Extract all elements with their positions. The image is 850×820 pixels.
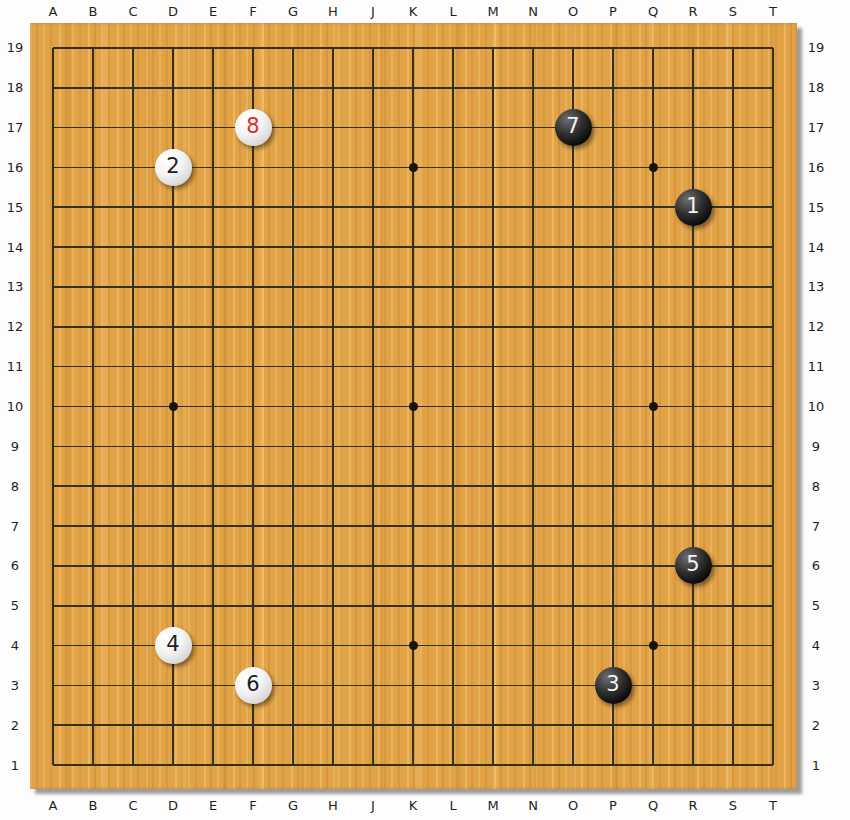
intersection-L5[interactable] bbox=[433, 586, 473, 626]
intersection-R14[interactable] bbox=[673, 227, 713, 267]
intersection-K11[interactable] bbox=[393, 347, 433, 387]
intersection-O7[interactable] bbox=[553, 506, 593, 546]
intersection-K15[interactable] bbox=[393, 187, 433, 227]
intersection-H1[interactable] bbox=[313, 745, 353, 785]
intersection-P10[interactable] bbox=[593, 387, 633, 427]
intersection-N4[interactable] bbox=[513, 626, 553, 666]
intersection-M8[interactable] bbox=[473, 466, 513, 506]
intersection-D10[interactable] bbox=[153, 387, 193, 427]
intersection-K3[interactable] bbox=[393, 666, 433, 706]
intersection-P17[interactable] bbox=[593, 108, 633, 148]
intersection-J3[interactable] bbox=[353, 666, 393, 706]
intersection-A8[interactable] bbox=[33, 466, 73, 506]
intersection-B3[interactable] bbox=[73, 666, 113, 706]
intersection-A17[interactable] bbox=[33, 108, 73, 148]
intersection-H9[interactable] bbox=[313, 426, 353, 466]
intersection-N1[interactable] bbox=[513, 745, 553, 785]
intersection-Q9[interactable] bbox=[633, 426, 673, 466]
intersection-R5[interactable] bbox=[673, 586, 713, 626]
intersection-P2[interactable] bbox=[593, 705, 633, 745]
intersection-M12[interactable] bbox=[473, 307, 513, 347]
intersection-L2[interactable] bbox=[433, 705, 473, 745]
intersection-Q3[interactable] bbox=[633, 666, 673, 706]
intersection-H12[interactable] bbox=[313, 307, 353, 347]
intersection-F12[interactable] bbox=[233, 307, 273, 347]
intersection-K9[interactable] bbox=[393, 426, 433, 466]
intersection-A11[interactable] bbox=[33, 347, 73, 387]
intersection-R9[interactable] bbox=[673, 426, 713, 466]
intersection-E3[interactable] bbox=[193, 666, 233, 706]
intersection-C15[interactable] bbox=[113, 187, 153, 227]
intersection-C7[interactable] bbox=[113, 506, 153, 546]
intersection-E5[interactable] bbox=[193, 586, 233, 626]
intersection-O14[interactable] bbox=[553, 227, 593, 267]
intersection-K16[interactable] bbox=[393, 148, 433, 188]
intersection-T2[interactable] bbox=[753, 705, 793, 745]
intersection-H16[interactable] bbox=[313, 148, 353, 188]
intersection-M2[interactable] bbox=[473, 705, 513, 745]
intersection-A16[interactable] bbox=[33, 148, 73, 188]
intersection-N18[interactable] bbox=[513, 68, 553, 108]
intersection-G14[interactable] bbox=[273, 227, 313, 267]
intersection-N9[interactable] bbox=[513, 426, 553, 466]
intersection-T8[interactable] bbox=[753, 466, 793, 506]
intersection-H14[interactable] bbox=[313, 227, 353, 267]
intersection-R1[interactable] bbox=[673, 745, 713, 785]
intersection-N8[interactable] bbox=[513, 466, 553, 506]
intersection-S1[interactable] bbox=[713, 745, 753, 785]
intersection-M15[interactable] bbox=[473, 187, 513, 227]
intersection-B17[interactable] bbox=[73, 108, 113, 148]
intersection-E13[interactable] bbox=[193, 267, 233, 307]
intersection-O9[interactable] bbox=[553, 426, 593, 466]
stone-white-D16[interactable]: 2 bbox=[155, 149, 192, 186]
intersection-P15[interactable] bbox=[593, 187, 633, 227]
intersection-C9[interactable] bbox=[113, 426, 153, 466]
intersection-R10[interactable] bbox=[673, 387, 713, 427]
intersection-B8[interactable] bbox=[73, 466, 113, 506]
intersection-H8[interactable] bbox=[313, 466, 353, 506]
intersection-P6[interactable] bbox=[593, 546, 633, 586]
intersection-S18[interactable] bbox=[713, 68, 753, 108]
intersection-O12[interactable] bbox=[553, 307, 593, 347]
intersection-E4[interactable] bbox=[193, 626, 233, 666]
intersection-F19[interactable] bbox=[233, 28, 273, 68]
intersection-A13[interactable] bbox=[33, 267, 73, 307]
intersection-G1[interactable] bbox=[273, 745, 313, 785]
intersection-D12[interactable] bbox=[153, 307, 193, 347]
intersection-G17[interactable] bbox=[273, 108, 313, 148]
intersection-G3[interactable] bbox=[273, 666, 313, 706]
intersection-T16[interactable] bbox=[753, 148, 793, 188]
intersection-G19[interactable] bbox=[273, 28, 313, 68]
intersection-Q6[interactable] bbox=[633, 546, 673, 586]
intersection-N5[interactable] bbox=[513, 586, 553, 626]
intersection-L10[interactable] bbox=[433, 387, 473, 427]
intersection-M5[interactable] bbox=[473, 586, 513, 626]
intersection-E2[interactable] bbox=[193, 705, 233, 745]
intersection-F10[interactable] bbox=[233, 387, 273, 427]
intersection-E18[interactable] bbox=[193, 68, 233, 108]
intersection-L13[interactable] bbox=[433, 267, 473, 307]
intersection-T4[interactable] bbox=[753, 626, 793, 666]
intersection-O11[interactable] bbox=[553, 347, 593, 387]
intersection-S15[interactable] bbox=[713, 187, 753, 227]
intersection-Q11[interactable] bbox=[633, 347, 673, 387]
stone-black-O17[interactable]: 7 bbox=[555, 109, 592, 146]
intersection-P16[interactable] bbox=[593, 148, 633, 188]
intersection-K4[interactable] bbox=[393, 626, 433, 666]
intersection-K10[interactable] bbox=[393, 387, 433, 427]
intersection-Q7[interactable] bbox=[633, 506, 673, 546]
intersection-J15[interactable] bbox=[353, 187, 393, 227]
intersection-D2[interactable] bbox=[153, 705, 193, 745]
intersection-J2[interactable] bbox=[353, 705, 393, 745]
intersection-Q13[interactable] bbox=[633, 267, 673, 307]
intersection-R19[interactable] bbox=[673, 28, 713, 68]
intersection-R7[interactable] bbox=[673, 506, 713, 546]
intersection-M11[interactable] bbox=[473, 347, 513, 387]
intersection-D14[interactable] bbox=[153, 227, 193, 267]
intersection-D5[interactable] bbox=[153, 586, 193, 626]
intersection-E15[interactable] bbox=[193, 187, 233, 227]
intersection-T17[interactable] bbox=[753, 108, 793, 148]
intersection-O19[interactable] bbox=[553, 28, 593, 68]
intersection-H15[interactable] bbox=[313, 187, 353, 227]
intersection-J18[interactable] bbox=[353, 68, 393, 108]
intersection-M7[interactable] bbox=[473, 506, 513, 546]
intersection-A5[interactable] bbox=[33, 586, 73, 626]
intersection-F18[interactable] bbox=[233, 68, 273, 108]
intersection-L9[interactable] bbox=[433, 426, 473, 466]
intersection-B6[interactable] bbox=[73, 546, 113, 586]
intersection-S8[interactable] bbox=[713, 466, 753, 506]
intersection-K12[interactable] bbox=[393, 307, 433, 347]
intersection-P7[interactable] bbox=[593, 506, 633, 546]
intersection-T6[interactable] bbox=[753, 546, 793, 586]
intersection-L1[interactable] bbox=[433, 745, 473, 785]
intersection-R2[interactable] bbox=[673, 705, 713, 745]
intersection-B9[interactable] bbox=[73, 426, 113, 466]
intersection-R8[interactable] bbox=[673, 466, 713, 506]
intersection-N16[interactable] bbox=[513, 148, 553, 188]
intersection-R3[interactable] bbox=[673, 666, 713, 706]
intersection-L17[interactable] bbox=[433, 108, 473, 148]
intersection-F5[interactable] bbox=[233, 586, 273, 626]
intersection-K18[interactable] bbox=[393, 68, 433, 108]
intersection-G18[interactable] bbox=[273, 68, 313, 108]
intersection-R15[interactable]: 1 bbox=[673, 187, 713, 227]
intersection-E10[interactable] bbox=[193, 387, 233, 427]
intersection-T15[interactable] bbox=[753, 187, 793, 227]
intersection-O13[interactable] bbox=[553, 267, 593, 307]
intersection-J17[interactable] bbox=[353, 108, 393, 148]
intersection-Q2[interactable] bbox=[633, 705, 673, 745]
stone-white-F3[interactable]: 6 bbox=[235, 667, 272, 704]
stone-black-R15[interactable]: 1 bbox=[675, 189, 712, 226]
intersection-C4[interactable] bbox=[113, 626, 153, 666]
intersection-T5[interactable] bbox=[753, 586, 793, 626]
intersection-M16[interactable] bbox=[473, 148, 513, 188]
intersection-O4[interactable] bbox=[553, 626, 593, 666]
stone-white-D4[interactable]: 4 bbox=[155, 627, 192, 664]
intersection-C19[interactable] bbox=[113, 28, 153, 68]
intersection-F6[interactable] bbox=[233, 546, 273, 586]
intersection-L19[interactable] bbox=[433, 28, 473, 68]
intersection-C3[interactable] bbox=[113, 666, 153, 706]
intersection-R12[interactable] bbox=[673, 307, 713, 347]
intersection-T7[interactable] bbox=[753, 506, 793, 546]
intersection-P9[interactable] bbox=[593, 426, 633, 466]
intersection-B19[interactable] bbox=[73, 28, 113, 68]
intersection-N7[interactable] bbox=[513, 506, 553, 546]
intersection-J7[interactable] bbox=[353, 506, 393, 546]
intersection-C18[interactable] bbox=[113, 68, 153, 108]
intersection-F11[interactable] bbox=[233, 347, 273, 387]
intersection-L6[interactable] bbox=[433, 546, 473, 586]
intersection-Q10[interactable] bbox=[633, 387, 673, 427]
intersection-A7[interactable] bbox=[33, 506, 73, 546]
intersection-J4[interactable] bbox=[353, 626, 393, 666]
intersection-J19[interactable] bbox=[353, 28, 393, 68]
intersection-B12[interactable] bbox=[73, 307, 113, 347]
intersection-F9[interactable] bbox=[233, 426, 273, 466]
intersection-F8[interactable] bbox=[233, 466, 273, 506]
intersection-K1[interactable] bbox=[393, 745, 433, 785]
intersection-O10[interactable] bbox=[553, 387, 593, 427]
intersection-M1[interactable] bbox=[473, 745, 513, 785]
intersection-D3[interactable] bbox=[153, 666, 193, 706]
intersection-P4[interactable] bbox=[593, 626, 633, 666]
intersection-E19[interactable] bbox=[193, 28, 233, 68]
intersection-N10[interactable] bbox=[513, 387, 553, 427]
intersection-J12[interactable] bbox=[353, 307, 393, 347]
intersection-O16[interactable] bbox=[553, 148, 593, 188]
intersection-C16[interactable] bbox=[113, 148, 153, 188]
intersection-M19[interactable] bbox=[473, 28, 513, 68]
intersection-C14[interactable] bbox=[113, 227, 153, 267]
intersection-L16[interactable] bbox=[433, 148, 473, 188]
intersection-T14[interactable] bbox=[753, 227, 793, 267]
intersection-F17[interactable]: 8 bbox=[233, 108, 273, 148]
intersection-J13[interactable] bbox=[353, 267, 393, 307]
intersection-S14[interactable] bbox=[713, 227, 753, 267]
intersection-M13[interactable] bbox=[473, 267, 513, 307]
intersection-A3[interactable] bbox=[33, 666, 73, 706]
intersection-B4[interactable] bbox=[73, 626, 113, 666]
intersection-C13[interactable] bbox=[113, 267, 153, 307]
intersection-T1[interactable] bbox=[753, 745, 793, 785]
intersection-S12[interactable] bbox=[713, 307, 753, 347]
intersection-S2[interactable] bbox=[713, 705, 753, 745]
intersection-G6[interactable] bbox=[273, 546, 313, 586]
intersection-O8[interactable] bbox=[553, 466, 593, 506]
intersection-M17[interactable] bbox=[473, 108, 513, 148]
intersection-S17[interactable] bbox=[713, 108, 753, 148]
intersection-M18[interactable] bbox=[473, 68, 513, 108]
intersection-L12[interactable] bbox=[433, 307, 473, 347]
intersection-A18[interactable] bbox=[33, 68, 73, 108]
intersection-H7[interactable] bbox=[313, 506, 353, 546]
intersection-K2[interactable] bbox=[393, 705, 433, 745]
intersection-J10[interactable] bbox=[353, 387, 393, 427]
intersection-E7[interactable] bbox=[193, 506, 233, 546]
intersection-A15[interactable] bbox=[33, 187, 73, 227]
intersection-N6[interactable] bbox=[513, 546, 553, 586]
stone-black-P3[interactable]: 3 bbox=[595, 667, 632, 704]
intersection-F4[interactable] bbox=[233, 626, 273, 666]
intersection-H5[interactable] bbox=[313, 586, 353, 626]
intersection-F13[interactable] bbox=[233, 267, 273, 307]
intersection-M9[interactable] bbox=[473, 426, 513, 466]
intersection-D11[interactable] bbox=[153, 347, 193, 387]
intersection-S6[interactable] bbox=[713, 546, 753, 586]
intersection-N12[interactable] bbox=[513, 307, 553, 347]
intersection-N15[interactable] bbox=[513, 187, 553, 227]
intersection-E9[interactable] bbox=[193, 426, 233, 466]
intersection-R4[interactable] bbox=[673, 626, 713, 666]
intersection-C17[interactable] bbox=[113, 108, 153, 148]
intersection-J14[interactable] bbox=[353, 227, 393, 267]
intersection-A1[interactable] bbox=[33, 745, 73, 785]
intersection-G10[interactable] bbox=[273, 387, 313, 427]
intersection-N17[interactable] bbox=[513, 108, 553, 148]
intersection-E1[interactable] bbox=[193, 745, 233, 785]
intersection-P5[interactable] bbox=[593, 586, 633, 626]
intersection-N3[interactable] bbox=[513, 666, 553, 706]
intersection-F16[interactable] bbox=[233, 148, 273, 188]
stone-white-F17[interactable]: 8 bbox=[235, 109, 272, 146]
stone-black-R6[interactable]: 5 bbox=[675, 547, 712, 584]
intersection-C6[interactable] bbox=[113, 546, 153, 586]
intersection-R11[interactable] bbox=[673, 347, 713, 387]
intersection-D15[interactable] bbox=[153, 187, 193, 227]
intersection-T10[interactable] bbox=[753, 387, 793, 427]
intersection-A12[interactable] bbox=[33, 307, 73, 347]
intersection-E16[interactable] bbox=[193, 148, 233, 188]
intersection-D19[interactable] bbox=[153, 28, 193, 68]
intersection-O2[interactable] bbox=[553, 705, 593, 745]
intersection-K7[interactable] bbox=[393, 506, 433, 546]
intersection-H13[interactable] bbox=[313, 267, 353, 307]
intersection-S19[interactable] bbox=[713, 28, 753, 68]
intersection-E14[interactable] bbox=[193, 227, 233, 267]
intersection-S4[interactable] bbox=[713, 626, 753, 666]
intersection-B2[interactable] bbox=[73, 705, 113, 745]
intersection-R13[interactable] bbox=[673, 267, 713, 307]
intersection-F2[interactable] bbox=[233, 705, 273, 745]
intersection-D8[interactable] bbox=[153, 466, 193, 506]
intersection-O6[interactable] bbox=[553, 546, 593, 586]
intersection-B14[interactable] bbox=[73, 227, 113, 267]
intersection-J6[interactable] bbox=[353, 546, 393, 586]
intersection-K14[interactable] bbox=[393, 227, 433, 267]
intersection-C1[interactable] bbox=[113, 745, 153, 785]
intersection-H6[interactable] bbox=[313, 546, 353, 586]
intersection-J16[interactable] bbox=[353, 148, 393, 188]
intersection-Q14[interactable] bbox=[633, 227, 673, 267]
intersection-P11[interactable] bbox=[593, 347, 633, 387]
intersection-A19[interactable] bbox=[33, 28, 73, 68]
intersection-L8[interactable] bbox=[433, 466, 473, 506]
intersection-G4[interactable] bbox=[273, 626, 313, 666]
intersection-D7[interactable] bbox=[153, 506, 193, 546]
intersection-N19[interactable] bbox=[513, 28, 553, 68]
intersection-E8[interactable] bbox=[193, 466, 233, 506]
intersection-B7[interactable] bbox=[73, 506, 113, 546]
intersection-R17[interactable] bbox=[673, 108, 713, 148]
intersection-L15[interactable] bbox=[433, 187, 473, 227]
intersection-B10[interactable] bbox=[73, 387, 113, 427]
intersection-B16[interactable] bbox=[73, 148, 113, 188]
intersection-L11[interactable] bbox=[433, 347, 473, 387]
intersection-H18[interactable] bbox=[313, 68, 353, 108]
intersection-D4[interactable]: 4 bbox=[153, 626, 193, 666]
intersection-G8[interactable] bbox=[273, 466, 313, 506]
intersection-D6[interactable] bbox=[153, 546, 193, 586]
intersection-D16[interactable]: 2 bbox=[153, 148, 193, 188]
intersection-O15[interactable] bbox=[553, 187, 593, 227]
intersection-H2[interactable] bbox=[313, 705, 353, 745]
intersection-A4[interactable] bbox=[33, 626, 73, 666]
intersection-S7[interactable] bbox=[713, 506, 753, 546]
intersection-E11[interactable] bbox=[193, 347, 233, 387]
intersection-B15[interactable] bbox=[73, 187, 113, 227]
intersection-N11[interactable] bbox=[513, 347, 553, 387]
intersection-T9[interactable] bbox=[753, 426, 793, 466]
intersection-T18[interactable] bbox=[753, 68, 793, 108]
intersection-H4[interactable] bbox=[313, 626, 353, 666]
intersection-L7[interactable] bbox=[433, 506, 473, 546]
intersection-C5[interactable] bbox=[113, 586, 153, 626]
intersection-A14[interactable] bbox=[33, 227, 73, 267]
intersection-N2[interactable] bbox=[513, 705, 553, 745]
intersection-S10[interactable] bbox=[713, 387, 753, 427]
intersection-H11[interactable] bbox=[313, 347, 353, 387]
intersection-L14[interactable] bbox=[433, 227, 473, 267]
intersection-L18[interactable] bbox=[433, 68, 473, 108]
intersection-H3[interactable] bbox=[313, 666, 353, 706]
intersection-J1[interactable] bbox=[353, 745, 393, 785]
intersection-B13[interactable] bbox=[73, 267, 113, 307]
intersection-D13[interactable] bbox=[153, 267, 193, 307]
intersection-F1[interactable] bbox=[233, 745, 273, 785]
intersection-M6[interactable] bbox=[473, 546, 513, 586]
intersection-B11[interactable] bbox=[73, 347, 113, 387]
intersection-K8[interactable] bbox=[393, 466, 433, 506]
intersection-J5[interactable] bbox=[353, 586, 393, 626]
intersection-N14[interactable] bbox=[513, 227, 553, 267]
intersection-S9[interactable] bbox=[713, 426, 753, 466]
intersection-K19[interactable] bbox=[393, 28, 433, 68]
intersection-F14[interactable] bbox=[233, 227, 273, 267]
intersection-P12[interactable] bbox=[593, 307, 633, 347]
intersection-G15[interactable] bbox=[273, 187, 313, 227]
intersection-O17[interactable]: 7 bbox=[553, 108, 593, 148]
intersection-S3[interactable] bbox=[713, 666, 753, 706]
intersection-Q17[interactable] bbox=[633, 108, 673, 148]
intersection-Q19[interactable] bbox=[633, 28, 673, 68]
intersection-B5[interactable] bbox=[73, 586, 113, 626]
intersection-M3[interactable] bbox=[473, 666, 513, 706]
intersection-C12[interactable] bbox=[113, 307, 153, 347]
intersection-O3[interactable] bbox=[553, 666, 593, 706]
intersection-A9[interactable] bbox=[33, 426, 73, 466]
intersection-P8[interactable] bbox=[593, 466, 633, 506]
intersection-P18[interactable] bbox=[593, 68, 633, 108]
intersection-K5[interactable] bbox=[393, 586, 433, 626]
intersection-J11[interactable] bbox=[353, 347, 393, 387]
